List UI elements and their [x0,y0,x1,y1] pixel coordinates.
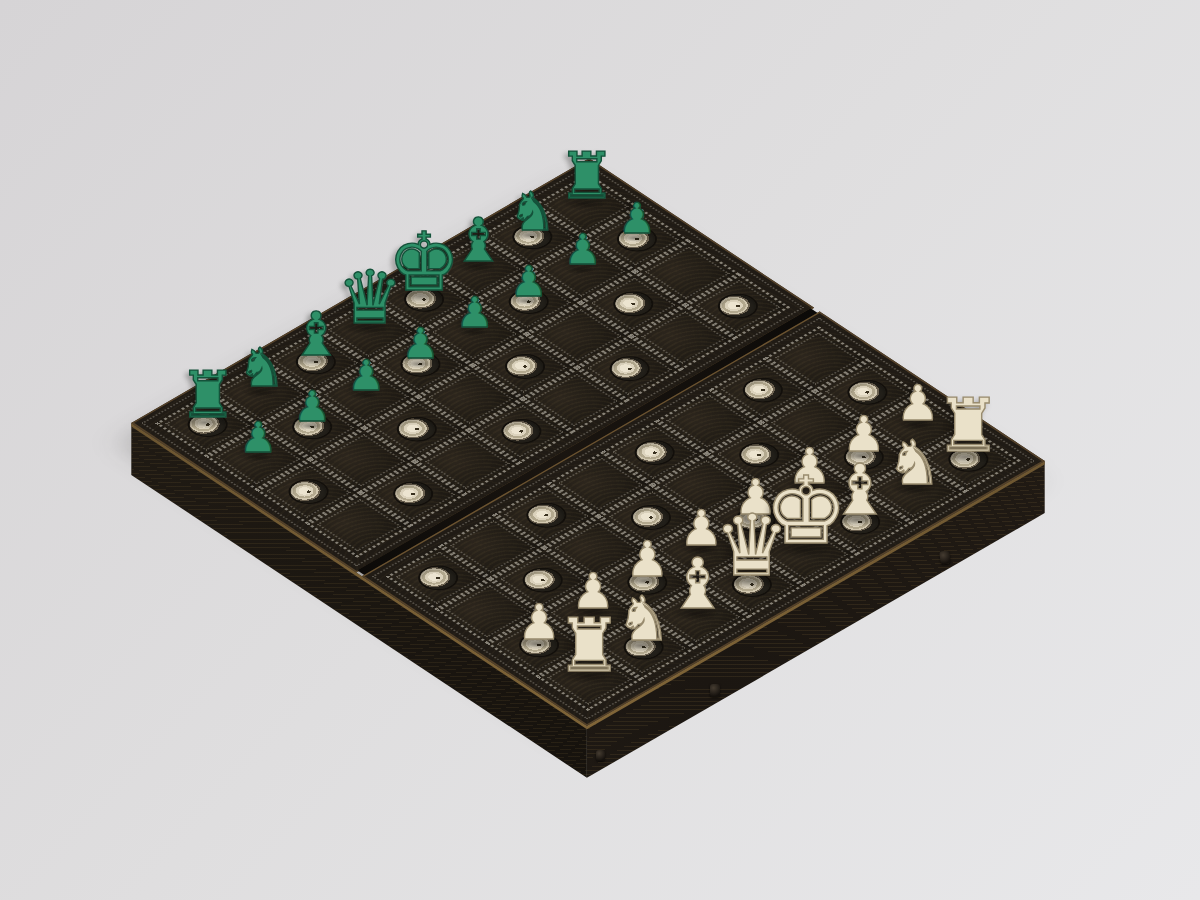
rook-glyph: ♜ [558,144,616,208]
pawn-glyph: ♟ [293,385,331,427]
pawn-glyph: ♟ [347,354,385,396]
white-bishop[interactable]: ♝ [666,549,729,619]
white-rook[interactable]: ♜ [556,607,623,681]
black-pawn[interactable]: ♟ [510,260,548,302]
pawn-glyph: ♟ [896,379,940,428]
black-pawn[interactable]: ♟ [618,198,656,240]
white-pawn[interactable]: ♟ [896,379,940,428]
pieces-layer: ♜♞♝♛♚♝♞♜♟♟♟♟♟♟♟♟♟♟♟♟♟♟♟♟♜♞♝♛♚♝♞♜ [0,0,1200,900]
knight-glyph: ♞ [887,432,942,493]
pawn-glyph: ♟ [618,198,656,240]
rook-glyph: ♜ [935,388,1002,462]
black-pawn[interactable]: ♟ [347,354,385,396]
white-knight[interactable]: ♞ [616,588,671,649]
black-knight[interactable]: ♞ [238,342,286,395]
rook-glyph: ♜ [179,363,237,427]
black-pawn[interactable]: ♟ [293,385,331,427]
studio-backdrop: ♜♞♝♛♚♝♞♜♟♟♟♟♟♟♟♟♟♟♟♟♟♟♟♟♜♞♝♛♚♝♞♜ [0,0,1200,900]
white-pawn[interactable]: ♟ [625,535,669,584]
pawn-glyph: ♟ [510,260,548,302]
black-bishop[interactable]: ♝ [289,304,343,365]
knight-glyph: ♞ [616,588,671,649]
bishop-glyph: ♝ [666,549,729,619]
black-rook[interactable]: ♜ [558,144,616,208]
knight-glyph: ♞ [238,342,286,395]
bishop-glyph: ♝ [289,304,343,365]
white-knight[interactable]: ♞ [887,432,942,493]
pawn-glyph: ♟ [239,417,277,459]
pawn-glyph: ♟ [517,598,561,647]
pawn-glyph: ♟ [401,323,439,365]
pawn-glyph: ♟ [625,535,669,584]
black-pawn[interactable]: ♟ [564,229,602,271]
black-pawn[interactable]: ♟ [401,323,439,365]
black-pawn[interactable]: ♟ [239,417,277,459]
white-rook[interactable]: ♜ [935,388,1002,462]
black-rook[interactable]: ♜ [179,363,237,427]
pawn-glyph: ♟ [456,292,494,334]
rook-glyph: ♜ [556,607,623,681]
queen-glyph: ♛ [337,260,403,334]
black-queen[interactable]: ♛ [337,260,403,334]
knight-glyph: ♞ [508,185,556,238]
white-pawn[interactable]: ♟ [517,598,561,647]
pawn-glyph: ♟ [564,229,602,271]
black-knight[interactable]: ♞ [508,185,556,238]
black-pawn[interactable]: ♟ [456,292,494,334]
